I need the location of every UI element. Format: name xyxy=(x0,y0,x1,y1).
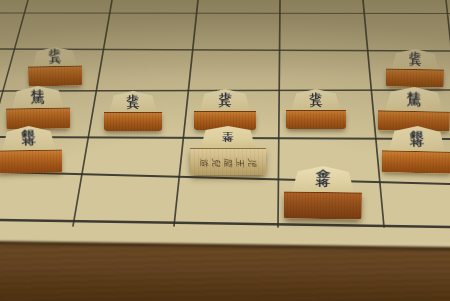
shogi-photo: 歩兵 桂馬 銀将 歩兵 歩兵 xyxy=(0,0,450,301)
piece-king-5h-standing[interactable]: 王将 造兒龍玉児 xyxy=(188,126,268,175)
piece-pawn-6g[interactable]: 歩兵 xyxy=(102,91,164,131)
piece-face: 歩兵 xyxy=(102,91,164,112)
king-face: 王将 xyxy=(188,126,268,148)
table-surface xyxy=(0,241,450,301)
piece-face: 桂馬 xyxy=(376,86,450,111)
piece-face: 歩兵 xyxy=(26,46,84,66)
piece-knight-7g[interactable]: 桂馬 xyxy=(4,85,73,129)
piece-face: 銀将 xyxy=(380,125,450,152)
piece-front-edge xyxy=(0,149,62,173)
piece-front-edge xyxy=(382,150,450,173)
piece-front-edge xyxy=(28,65,83,86)
piece-pawn-7f[interactable]: 歩兵 xyxy=(26,46,85,86)
king-signature: 造兒龍玉児 xyxy=(190,148,267,175)
piece-silver-7h[interactable]: 銀将 xyxy=(0,125,64,173)
piece-face: 金将 xyxy=(282,165,364,192)
piece-pawn-5g[interactable]: 歩兵 xyxy=(192,89,258,130)
piece-front-edge xyxy=(104,112,162,131)
piece-face: 歩兵 xyxy=(284,89,348,110)
piece-front-edge xyxy=(286,110,346,129)
piece-face: 桂馬 xyxy=(4,85,72,108)
piece-gold-4i[interactable]: 金将 xyxy=(282,165,365,219)
piece-front-edge xyxy=(284,191,361,219)
piece-pawn-3f[interactable]: 歩兵 xyxy=(384,48,447,87)
piece-face: 銀将 xyxy=(0,125,64,150)
piece-face: 歩兵 xyxy=(384,48,446,69)
piece-front-edge xyxy=(386,68,445,87)
shogi-board: 歩兵 桂馬 銀将 歩兵 歩兵 xyxy=(0,0,450,242)
piece-pawn-4g[interactable]: 歩兵 xyxy=(284,89,348,129)
piece-face: 歩兵 xyxy=(192,89,258,111)
piece-silver-3h[interactable]: 銀将 xyxy=(380,125,450,174)
